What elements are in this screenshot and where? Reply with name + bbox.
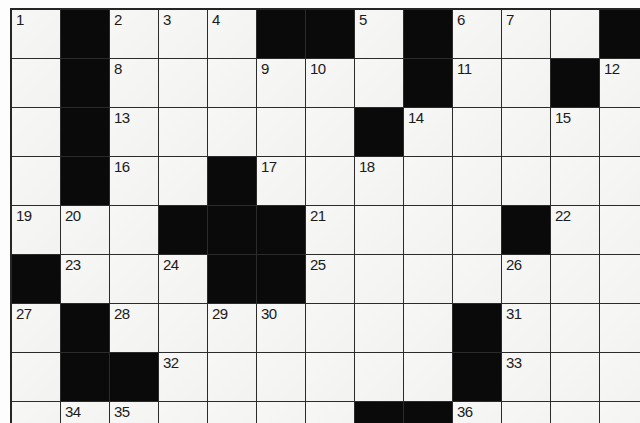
clue-number: 19 (16, 208, 32, 223)
black-cell (61, 59, 109, 107)
white-cell[interactable] (159, 157, 207, 205)
white-cell[interactable]: 6 (453, 10, 501, 58)
white-cell[interactable] (208, 108, 256, 156)
crossword-grid: 1234567891011121314151617181920212223242… (10, 8, 640, 423)
white-cell[interactable]: 34 (61, 402, 109, 423)
white-cell[interactable] (551, 353, 599, 401)
white-cell[interactable] (404, 304, 452, 352)
white-cell[interactable]: 2 (110, 10, 158, 58)
black-cell (355, 402, 403, 423)
white-cell[interactable] (355, 304, 403, 352)
clue-number: 1 (16, 12, 24, 27)
white-cell[interactable] (600, 353, 640, 401)
white-cell[interactable] (551, 255, 599, 303)
white-cell[interactable] (306, 157, 354, 205)
white-cell[interactable] (12, 108, 60, 156)
white-cell[interactable] (551, 157, 599, 205)
black-cell (600, 10, 640, 58)
black-cell (257, 255, 305, 303)
white-cell[interactable] (355, 59, 403, 107)
white-cell[interactable] (306, 108, 354, 156)
black-cell (61, 157, 109, 205)
white-cell[interactable]: 24 (159, 255, 207, 303)
clue-number: 28 (114, 306, 130, 321)
clue-number: 22 (555, 208, 571, 223)
black-cell (208, 157, 256, 205)
clue-number: 16 (114, 159, 130, 174)
black-cell (355, 108, 403, 156)
black-cell (453, 304, 501, 352)
black-cell (257, 206, 305, 254)
white-cell[interactable] (502, 402, 550, 423)
white-cell[interactable]: 19 (12, 206, 60, 254)
white-cell[interactable]: 18 (355, 157, 403, 205)
white-cell[interactable] (355, 353, 403, 401)
white-cell[interactable] (453, 206, 501, 254)
white-cell[interactable] (600, 255, 640, 303)
clue-number: 11 (457, 61, 472, 76)
white-cell[interactable] (404, 353, 452, 401)
white-cell[interactable]: 35 (110, 402, 158, 423)
clue-number: 25 (310, 257, 326, 272)
white-cell[interactable]: 9 (257, 59, 305, 107)
black-cell (404, 402, 452, 423)
clue-number: 15 (555, 110, 571, 125)
clue-number: 20 (65, 208, 81, 223)
white-cell[interactable]: 31 (502, 304, 550, 352)
white-cell[interactable]: 3 (159, 10, 207, 58)
white-cell[interactable]: 4 (208, 10, 256, 58)
white-cell[interactable] (600, 157, 640, 205)
black-cell (110, 353, 158, 401)
black-cell (404, 59, 452, 107)
white-cell[interactable] (208, 353, 256, 401)
white-cell[interactable]: 17 (257, 157, 305, 205)
white-cell[interactable] (502, 59, 550, 107)
white-cell[interactable] (12, 402, 60, 423)
clue-number: 8 (114, 61, 122, 76)
white-cell[interactable]: 8 (110, 59, 158, 107)
white-cell[interactable] (12, 157, 60, 205)
white-cell[interactable]: 26 (502, 255, 550, 303)
white-cell[interactable]: 5 (355, 10, 403, 58)
clue-number: 18 (359, 159, 375, 174)
white-cell[interactable]: 1 (12, 10, 60, 58)
black-cell (502, 206, 550, 254)
white-cell[interactable] (208, 59, 256, 107)
white-cell[interactable] (257, 353, 305, 401)
white-cell[interactable]: 23 (61, 255, 109, 303)
black-cell (208, 206, 256, 254)
clue-number: 35 (114, 404, 130, 419)
white-cell[interactable] (110, 255, 158, 303)
white-cell[interactable] (551, 10, 599, 58)
white-cell[interactable]: 25 (306, 255, 354, 303)
clue-number: 12 (604, 61, 620, 76)
clue-number: 27 (16, 306, 32, 321)
white-cell[interactable]: 22 (551, 206, 599, 254)
white-cell[interactable]: 20 (61, 206, 109, 254)
clue-number: 21 (310, 208, 326, 223)
white-cell[interactable]: 11 (453, 59, 501, 107)
white-cell[interactable] (159, 108, 207, 156)
white-cell[interactable] (453, 108, 501, 156)
clue-number: 3 (163, 12, 171, 27)
white-cell[interactable] (110, 206, 158, 254)
white-cell[interactable] (159, 304, 207, 352)
white-cell[interactable]: 10 (306, 59, 354, 107)
clue-number: 4 (212, 12, 220, 27)
clue-number: 23 (65, 257, 81, 272)
white-cell[interactable] (257, 108, 305, 156)
white-cell[interactable] (355, 206, 403, 254)
white-cell[interactable]: 14 (404, 108, 452, 156)
black-cell (208, 255, 256, 303)
white-cell[interactable] (600, 206, 640, 254)
white-cell[interactable]: 28 (110, 304, 158, 352)
white-cell[interactable]: 30 (257, 304, 305, 352)
white-cell[interactable] (453, 255, 501, 303)
white-cell[interactable]: 15 (551, 108, 599, 156)
black-cell (61, 10, 109, 58)
clue-number: 14 (408, 110, 424, 125)
clue-number: 36 (457, 404, 473, 419)
white-cell[interactable] (306, 402, 354, 423)
white-cell[interactable] (502, 157, 550, 205)
white-cell[interactable] (404, 157, 452, 205)
white-cell[interactable] (600, 304, 640, 352)
white-cell[interactable]: 32 (159, 353, 207, 401)
white-cell[interactable] (159, 59, 207, 107)
clue-number: 10 (310, 61, 326, 76)
clue-number: 29 (212, 306, 228, 321)
clue-number: 17 (261, 159, 277, 174)
black-cell (453, 353, 501, 401)
white-cell[interactable] (208, 402, 256, 423)
black-cell (404, 10, 452, 58)
clue-number: 9 (261, 61, 269, 76)
black-cell (61, 304, 109, 352)
white-cell[interactable]: 29 (208, 304, 256, 352)
white-cell[interactable]: 12 (600, 59, 640, 107)
clue-number: 7 (506, 12, 514, 27)
white-cell[interactable] (404, 206, 452, 254)
white-cell[interactable] (12, 59, 60, 107)
clue-number: 33 (506, 355, 522, 370)
clue-number: 30 (261, 306, 277, 321)
white-cell[interactable] (12, 353, 60, 401)
clue-number: 13 (114, 110, 130, 125)
black-cell (306, 10, 354, 58)
scan-page: 1234567891011121314151617181920212223242… (0, 0, 640, 423)
black-cell (61, 353, 109, 401)
white-cell[interactable]: 36 (453, 402, 501, 423)
crossword-screenshot: { "game": "crossword", "board": { "visib… (0, 0, 640, 423)
clue-number: 6 (457, 12, 465, 27)
white-cell[interactable]: 27 (12, 304, 60, 352)
white-cell[interactable] (453, 157, 501, 205)
white-cell[interactable]: 13 (110, 108, 158, 156)
clue-number: 34 (65, 404, 81, 419)
white-cell[interactable] (404, 255, 452, 303)
white-cell[interactable] (551, 304, 599, 352)
white-cell[interactable] (306, 353, 354, 401)
white-cell[interactable] (257, 402, 305, 423)
black-cell (61, 108, 109, 156)
clue-number: 24 (163, 257, 179, 272)
white-cell[interactable]: 33 (502, 353, 550, 401)
clue-number: 32 (163, 355, 179, 370)
black-cell (551, 59, 599, 107)
white-cell[interactable] (355, 255, 403, 303)
white-cell[interactable] (600, 108, 640, 156)
white-cell[interactable]: 21 (306, 206, 354, 254)
black-cell (257, 10, 305, 58)
white-cell[interactable]: 16 (110, 157, 158, 205)
black-cell (12, 255, 60, 303)
white-cell[interactable]: 7 (502, 10, 550, 58)
white-cell[interactable] (306, 304, 354, 352)
white-cell[interactable] (600, 402, 640, 423)
black-cell (159, 206, 207, 254)
white-cell[interactable] (502, 108, 550, 156)
white-cell[interactable] (551, 402, 599, 423)
clue-number: 26 (506, 257, 522, 272)
clue-number: 5 (359, 12, 367, 27)
white-cell[interactable] (159, 402, 207, 423)
clue-number: 31 (506, 306, 522, 321)
clue-number: 2 (114, 12, 122, 27)
